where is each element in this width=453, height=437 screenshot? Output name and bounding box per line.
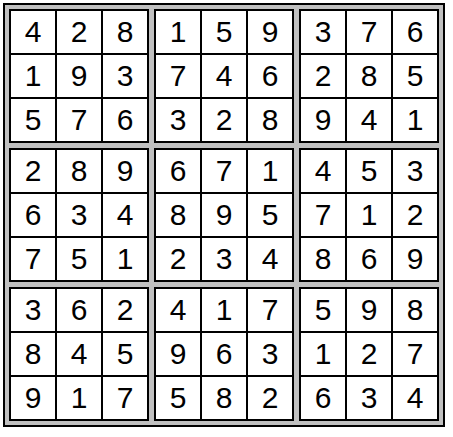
cell-r6c7[interactable]: 8: [301, 238, 345, 280]
cell-r1c4[interactable]: 1: [156, 11, 200, 53]
cell-r9c6[interactable]: 2: [248, 377, 292, 419]
cell-r7c1[interactable]: 3: [11, 289, 55, 331]
cell-r9c2[interactable]: 1: [57, 377, 101, 419]
cell-r3c2[interactable]: 7: [57, 99, 101, 141]
cell-r6c6[interactable]: 4: [248, 238, 292, 280]
cell-r8c9[interactable]: 7: [393, 333, 437, 375]
cell-r7c2[interactable]: 6: [57, 289, 101, 331]
sudoku-box-5: 671895234: [154, 148, 294, 282]
cell-r8c2[interactable]: 4: [57, 333, 101, 375]
cell-r1c6[interactable]: 9: [248, 11, 292, 53]
cell-r2c5[interactable]: 4: [202, 55, 246, 97]
sudoku-board: 4281935761597463283762859412896347516718…: [9, 9, 439, 421]
cell-r7c7[interactable]: 5: [301, 289, 345, 331]
cell-r6c8[interactable]: 6: [347, 238, 391, 280]
cell-r4c7[interactable]: 4: [301, 150, 345, 192]
cell-r9c9[interactable]: 4: [393, 377, 437, 419]
cell-r3c6[interactable]: 8: [248, 99, 292, 141]
cell-r9c3[interactable]: 7: [103, 377, 147, 419]
cell-r9c7[interactable]: 6: [301, 377, 345, 419]
cell-r2c8[interactable]: 8: [347, 55, 391, 97]
cell-r1c9[interactable]: 6: [393, 11, 437, 53]
cell-r1c5[interactable]: 5: [202, 11, 246, 53]
cell-r5c4[interactable]: 8: [156, 194, 200, 236]
sudoku-box-7: 362845917: [9, 287, 149, 421]
cell-r4c6[interactable]: 1: [248, 150, 292, 192]
cell-r8c7[interactable]: 1: [301, 333, 345, 375]
cell-r4c9[interactable]: 3: [393, 150, 437, 192]
cell-r5c9[interactable]: 2: [393, 194, 437, 236]
cell-r3c1[interactable]: 5: [11, 99, 55, 141]
cell-r7c9[interactable]: 8: [393, 289, 437, 331]
cell-r4c3[interactable]: 9: [103, 150, 147, 192]
sudoku-box-4: 289634751: [9, 148, 149, 282]
cell-r3c4[interactable]: 3: [156, 99, 200, 141]
cell-r5c1[interactable]: 6: [11, 194, 55, 236]
cell-r2c6[interactable]: 6: [248, 55, 292, 97]
cell-r6c2[interactable]: 5: [57, 238, 101, 280]
cell-r2c7[interactable]: 2: [301, 55, 345, 97]
cell-r7c3[interactable]: 2: [103, 289, 147, 331]
cell-r9c1[interactable]: 9: [11, 377, 55, 419]
cell-r9c8[interactable]: 3: [347, 377, 391, 419]
sudoku-box-6: 453712869: [299, 148, 439, 282]
cell-r5c3[interactable]: 4: [103, 194, 147, 236]
sudoku-box-2: 159746328: [154, 9, 294, 143]
cell-r3c5[interactable]: 2: [202, 99, 246, 141]
cell-r1c8[interactable]: 7: [347, 11, 391, 53]
cell-r8c6[interactable]: 3: [248, 333, 292, 375]
cell-r9c5[interactable]: 8: [202, 377, 246, 419]
sudoku-box-9: 598127634: [299, 287, 439, 421]
cell-r4c4[interactable]: 6: [156, 150, 200, 192]
cell-r9c4[interactable]: 5: [156, 377, 200, 419]
cell-r7c8[interactable]: 9: [347, 289, 391, 331]
cell-r3c8[interactable]: 4: [347, 99, 391, 141]
sudoku-page: 4281935761597463283762859412896347516718…: [0, 0, 453, 437]
cell-r1c1[interactable]: 4: [11, 11, 55, 53]
cell-r3c7[interactable]: 9: [301, 99, 345, 141]
cell-r6c5[interactable]: 3: [202, 238, 246, 280]
cell-r8c3[interactable]: 5: [103, 333, 147, 375]
cell-r2c2[interactable]: 9: [57, 55, 101, 97]
cell-r6c3[interactable]: 1: [103, 238, 147, 280]
cell-r1c3[interactable]: 8: [103, 11, 147, 53]
cell-r2c1[interactable]: 1: [11, 55, 55, 97]
cell-r8c4[interactable]: 9: [156, 333, 200, 375]
cell-r2c4[interactable]: 7: [156, 55, 200, 97]
cell-r5c8[interactable]: 1: [347, 194, 391, 236]
cell-r7c5[interactable]: 1: [202, 289, 246, 331]
cell-r1c7[interactable]: 3: [301, 11, 345, 53]
cell-r6c9[interactable]: 9: [393, 238, 437, 280]
cell-r7c4[interactable]: 4: [156, 289, 200, 331]
cell-r8c5[interactable]: 6: [202, 333, 246, 375]
cell-r5c6[interactable]: 5: [248, 194, 292, 236]
cell-r3c3[interactable]: 6: [103, 99, 147, 141]
cell-r2c9[interactable]: 5: [393, 55, 437, 97]
sudoku-box-8: 417963582: [154, 287, 294, 421]
cell-r5c5[interactable]: 9: [202, 194, 246, 236]
cell-r4c1[interactable]: 2: [11, 150, 55, 192]
cell-r5c2[interactable]: 3: [57, 194, 101, 236]
cell-r5c7[interactable]: 7: [301, 194, 345, 236]
cell-r8c8[interactable]: 2: [347, 333, 391, 375]
cell-r2c3[interactable]: 3: [103, 55, 147, 97]
cell-r1c2[interactable]: 2: [57, 11, 101, 53]
cell-r6c4[interactable]: 2: [156, 238, 200, 280]
sudoku-box-1: 428193576: [9, 9, 149, 143]
cell-r7c6[interactable]: 7: [248, 289, 292, 331]
cell-r4c8[interactable]: 5: [347, 150, 391, 192]
cell-r6c1[interactable]: 7: [11, 238, 55, 280]
sudoku-outer-frame: 4281935761597463283762859412896347516718…: [3, 3, 445, 427]
sudoku-box-3: 376285941: [299, 9, 439, 143]
cell-r8c1[interactable]: 8: [11, 333, 55, 375]
cell-r4c2[interactable]: 8: [57, 150, 101, 192]
cell-r3c9[interactable]: 1: [393, 99, 437, 141]
cell-r4c5[interactable]: 7: [202, 150, 246, 192]
